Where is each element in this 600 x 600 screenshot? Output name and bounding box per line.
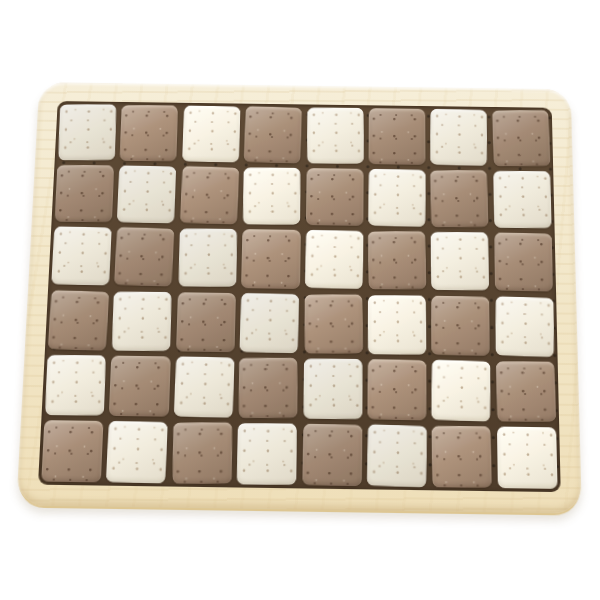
board-square-r3c4 — [241, 229, 300, 288]
board-square-r3c6 — [368, 231, 427, 290]
board-square-r1c1 — [58, 104, 117, 160]
wood-frame — [16, 82, 582, 513]
board-square-r2c4 — [243, 168, 301, 225]
board-square-r2c5 — [305, 168, 363, 226]
board-square-r1c2 — [120, 105, 179, 162]
tile-grid — [38, 101, 561, 492]
board-square-r4c4 — [239, 292, 299, 353]
board-square-r3c3 — [178, 229, 237, 287]
board-square-r6c3 — [172, 422, 232, 484]
board-square-r1c6 — [368, 108, 425, 165]
board-square-r4c7 — [431, 295, 490, 356]
board-square-r5c5 — [303, 358, 362, 419]
board-square-r6c8 — [497, 426, 558, 489]
board-square-r3c8 — [494, 233, 553, 292]
board-square-r3c2 — [114, 227, 175, 287]
board-square-r6c4 — [237, 423, 298, 485]
board-square-r4c6 — [368, 295, 427, 355]
board-square-r6c7 — [432, 426, 493, 488]
board-square-r1c3 — [182, 105, 241, 162]
board-square-r1c7 — [430, 109, 487, 167]
board-square-r5c4 — [239, 357, 298, 418]
board-square-r2c2 — [117, 166, 177, 224]
board-square-r3c5 — [304, 230, 363, 290]
board-square-r3c7 — [431, 232, 490, 291]
board-square-r4c2 — [112, 291, 172, 350]
game-board — [16, 82, 582, 513]
board-square-r5c6 — [367, 359, 427, 421]
board-square-r4c3 — [176, 292, 236, 352]
board-square-r2c6 — [368, 169, 426, 228]
board-square-r6c6 — [366, 424, 427, 488]
board-square-r2c3 — [179, 166, 239, 225]
board-square-r4c8 — [495, 296, 554, 357]
board-square-r4c1 — [47, 289, 109, 350]
board-square-r2c1 — [55, 165, 115, 223]
board-square-r6c1 — [41, 420, 104, 482]
board-square-r3c1 — [51, 227, 112, 286]
board-square-r5c1 — [45, 355, 106, 416]
board-square-r5c2 — [109, 355, 170, 416]
board-square-r6c5 — [302, 423, 363, 486]
board-square-r5c7 — [431, 359, 491, 421]
board-square-r6c2 — [106, 420, 169, 483]
board-square-r1c4 — [244, 106, 303, 164]
board-square-r2c8 — [493, 171, 552, 229]
board-square-r4c5 — [304, 294, 363, 354]
board-square-r5c3 — [173, 356, 235, 418]
photo-backdrop — [0, 0, 600, 600]
board-square-r5c8 — [495, 361, 556, 422]
board-square-r1c8 — [492, 110, 551, 166]
board-square-r2c7 — [430, 170, 489, 227]
board-square-r1c5 — [307, 108, 364, 164]
